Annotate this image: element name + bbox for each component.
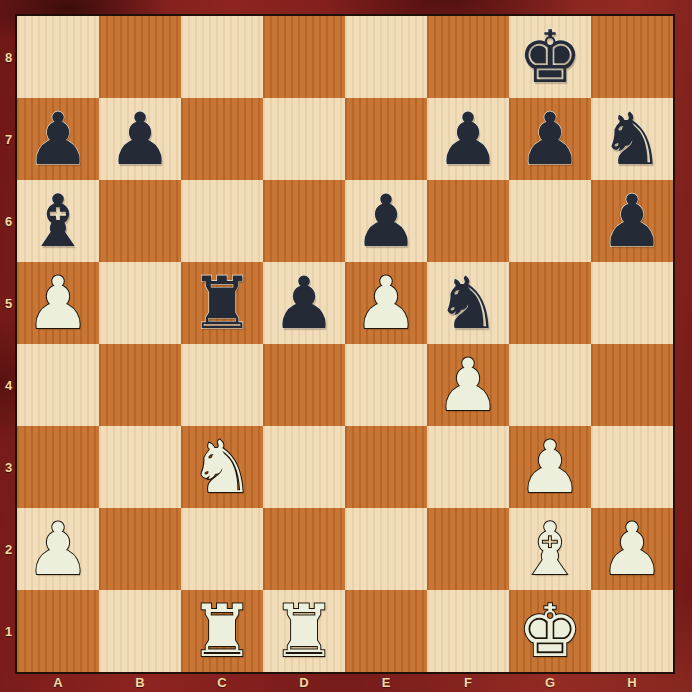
square-c6[interactable]	[181, 180, 263, 262]
square-d8[interactable]	[263, 16, 345, 98]
square-c8[interactable]	[181, 16, 263, 98]
file-label-d: D	[263, 672, 345, 692]
square-g6[interactable]	[509, 180, 591, 262]
square-f3[interactable]	[427, 426, 509, 508]
black-knight[interactable]: ♞	[436, 267, 501, 339]
square-h6[interactable]: ♟	[591, 180, 673, 262]
square-e6[interactable]: ♟	[345, 180, 427, 262]
white-pawn[interactable]: ♟	[354, 267, 419, 339]
square-d6[interactable]	[263, 180, 345, 262]
file-label-a: A	[17, 672, 99, 692]
square-h3[interactable]	[591, 426, 673, 508]
square-f2[interactable]	[427, 508, 509, 590]
black-pawn[interactable]: ♟	[272, 267, 337, 339]
square-g1[interactable]: ♚	[509, 590, 591, 672]
square-h5[interactable]	[591, 262, 673, 344]
square-h2[interactable]: ♟	[591, 508, 673, 590]
rank-label-4: 4	[0, 344, 17, 426]
square-f8[interactable]	[427, 16, 509, 98]
black-pawn[interactable]: ♟	[108, 103, 173, 175]
file-label-b: B	[99, 672, 181, 692]
black-pawn[interactable]: ♟	[26, 103, 91, 175]
square-a6[interactable]: ♝	[17, 180, 99, 262]
rank-label-6: 6	[0, 180, 17, 262]
white-knight[interactable]: ♞	[190, 431, 255, 503]
black-pawn[interactable]: ♟	[518, 103, 583, 175]
square-b7[interactable]: ♟	[99, 98, 181, 180]
square-g8[interactable]: ♚	[509, 16, 591, 98]
square-g4[interactable]	[509, 344, 591, 426]
square-b8[interactable]	[99, 16, 181, 98]
white-pawn[interactable]: ♟	[26, 513, 91, 585]
square-b5[interactable]	[99, 262, 181, 344]
square-g2[interactable]: ♝	[509, 508, 591, 590]
rank-label-5: 5	[0, 262, 17, 344]
square-e3[interactable]	[345, 426, 427, 508]
square-g7[interactable]: ♟	[509, 98, 591, 180]
white-rook[interactable]: ♜	[272, 595, 337, 667]
square-a8[interactable]	[17, 16, 99, 98]
square-h4[interactable]	[591, 344, 673, 426]
file-label-g: G	[509, 672, 591, 692]
chess-board-frame: ♚♟♟♟♟♞♝♟♟♟♜♟♟♞♟♞♟♟♝♟♜♜♚ 87654321 ABCDEFG…	[0, 0, 692, 692]
file-label-e: E	[345, 672, 427, 692]
square-a3[interactable]	[17, 426, 99, 508]
square-g5[interactable]	[509, 262, 591, 344]
square-h8[interactable]	[591, 16, 673, 98]
square-f1[interactable]	[427, 590, 509, 672]
rank-label-1: 1	[0, 590, 17, 672]
square-a2[interactable]: ♟	[17, 508, 99, 590]
square-d2[interactable]	[263, 508, 345, 590]
rank-label-7: 7	[0, 98, 17, 180]
square-b3[interactable]	[99, 426, 181, 508]
black-pawn[interactable]: ♟	[436, 103, 501, 175]
white-pawn[interactable]: ♟	[518, 431, 583, 503]
square-d3[interactable]	[263, 426, 345, 508]
board: ♚♟♟♟♟♞♝♟♟♟♜♟♟♞♟♞♟♟♝♟♜♜♚	[17, 16, 673, 672]
black-king[interactable]: ♚	[518, 21, 583, 93]
square-b1[interactable]	[99, 590, 181, 672]
white-pawn[interactable]: ♟	[600, 513, 665, 585]
black-rook[interactable]: ♜	[190, 267, 255, 339]
rank-label-8: 8	[0, 16, 17, 98]
square-f5[interactable]: ♞	[427, 262, 509, 344]
square-a5[interactable]: ♟	[17, 262, 99, 344]
square-f4[interactable]: ♟	[427, 344, 509, 426]
white-pawn[interactable]: ♟	[26, 267, 91, 339]
square-c1[interactable]: ♜	[181, 590, 263, 672]
square-e7[interactable]	[345, 98, 427, 180]
white-pawn[interactable]: ♟	[436, 349, 501, 421]
square-h1[interactable]	[591, 590, 673, 672]
square-e5[interactable]: ♟	[345, 262, 427, 344]
square-d4[interactable]	[263, 344, 345, 426]
square-d1[interactable]: ♜	[263, 590, 345, 672]
white-king[interactable]: ♚	[518, 595, 583, 667]
black-bishop[interactable]: ♝	[26, 185, 91, 257]
square-b6[interactable]	[99, 180, 181, 262]
rank-labels: 87654321	[0, 16, 17, 672]
square-a7[interactable]: ♟	[17, 98, 99, 180]
square-b2[interactable]	[99, 508, 181, 590]
square-g3[interactable]: ♟	[509, 426, 591, 508]
square-d5[interactable]: ♟	[263, 262, 345, 344]
square-h7[interactable]: ♞	[591, 98, 673, 180]
square-e4[interactable]	[345, 344, 427, 426]
square-d7[interactable]	[263, 98, 345, 180]
square-a1[interactable]	[17, 590, 99, 672]
square-a4[interactable]	[17, 344, 99, 426]
file-label-c: C	[181, 672, 263, 692]
square-c5[interactable]: ♜	[181, 262, 263, 344]
black-pawn[interactable]: ♟	[600, 185, 665, 257]
file-labels: ABCDEFGH	[17, 672, 673, 692]
black-pawn[interactable]: ♟	[354, 185, 419, 257]
square-b4[interactable]	[99, 344, 181, 426]
file-label-f: F	[427, 672, 509, 692]
black-knight[interactable]: ♞	[600, 103, 665, 175]
square-e2[interactable]	[345, 508, 427, 590]
square-c7[interactable]	[181, 98, 263, 180]
white-bishop[interactable]: ♝	[518, 513, 583, 585]
rank-label-2: 2	[0, 508, 17, 590]
square-c4[interactable]	[181, 344, 263, 426]
white-rook[interactable]: ♜	[190, 595, 255, 667]
square-e8[interactable]	[345, 16, 427, 98]
rank-label-3: 3	[0, 426, 17, 508]
square-f6[interactable]	[427, 180, 509, 262]
square-c2[interactable]	[181, 508, 263, 590]
square-f7[interactable]: ♟	[427, 98, 509, 180]
square-e1[interactable]	[345, 590, 427, 672]
square-c3[interactable]: ♞	[181, 426, 263, 508]
file-label-h: H	[591, 672, 673, 692]
